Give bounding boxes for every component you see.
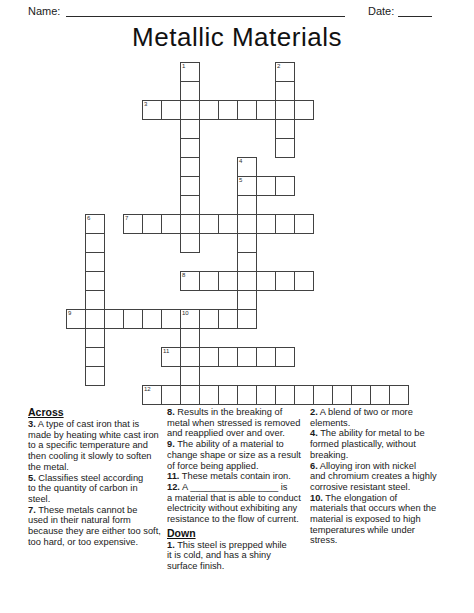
- cell-r11c11[interactable]: [275, 271, 295, 291]
- clue-number: 12.: [167, 482, 180, 492]
- cell-r6c11[interactable]: [275, 176, 295, 196]
- cell-r9c9[interactable]: [237, 233, 257, 253]
- cell-number: 1: [182, 63, 185, 70]
- clue-across-12: 12. A _________________ is a material th…: [167, 482, 317, 525]
- cell-r8c8[interactable]: [218, 214, 238, 234]
- clue-number: 9.: [167, 439, 175, 449]
- cell-r0c6[interactable]: 1: [180, 62, 200, 82]
- clue-text: A _________________ is a material that i…: [167, 482, 301, 524]
- date-label: Date:: [368, 5, 394, 17]
- puzzle-title: Metallic Materials: [0, 22, 474, 53]
- cell-number: 6: [87, 215, 90, 222]
- cell-r6c9[interactable]: 5: [237, 176, 257, 196]
- cell-r8c6[interactable]: [180, 214, 200, 234]
- down-header: Down: [167, 528, 317, 539]
- cell-r11c6[interactable]: 8: [180, 271, 200, 291]
- cell-r8c4[interactable]: [142, 214, 162, 234]
- cell-r16c1[interactable]: [85, 366, 105, 386]
- cell-number: 7: [125, 215, 128, 222]
- cell-r17c5[interactable]: [161, 385, 181, 405]
- cell-number: 8: [182, 272, 185, 279]
- clue-text: A type of cast iron that is made by heat…: [28, 419, 159, 472]
- cell-r4c11[interactable]: [275, 138, 295, 158]
- cell-r13c4[interactable]: [142, 309, 162, 329]
- clue-down-1: 1. This steel is prepped while it is col…: [167, 540, 317, 572]
- cell-r11c9[interactable]: [237, 271, 257, 291]
- across-header: Across: [28, 407, 178, 418]
- clue-column-2: 8. Results in the breaking of metal when…: [167, 407, 317, 572]
- cell-r17c17[interactable]: [389, 385, 409, 405]
- clue-text: A blend of two or more elements.: [310, 407, 413, 428]
- cell-r2c12[interactable]: [294, 100, 314, 120]
- cell-r15c11[interactable]: [275, 347, 295, 367]
- cell-r8c5[interactable]: [161, 214, 181, 234]
- cell-number: 2: [277, 63, 280, 70]
- clue-number: 11.: [167, 471, 179, 481]
- cell-r17c11[interactable]: [275, 385, 295, 405]
- cell-r2c4[interactable]: 3: [142, 100, 162, 120]
- clue-across-9: 9. The ability of a material to change s…: [167, 439, 317, 471]
- clue-text: These metals cannot be used in their nat…: [28, 505, 161, 547]
- cell-r8c9[interactable]: [237, 214, 257, 234]
- cell-r6c6[interactable]: [180, 176, 200, 196]
- clue-number: 7.: [28, 505, 36, 515]
- cell-r17c7[interactable]: [199, 385, 219, 405]
- clue-across-11: 11. These metals contain iron.: [167, 471, 317, 482]
- clue-number: 1.: [167, 540, 175, 550]
- cell-r15c1[interactable]: [85, 347, 105, 367]
- clue-number: 6.: [310, 461, 318, 471]
- cell-r13c5[interactable]: [161, 309, 181, 329]
- cell-r4c6[interactable]: [180, 138, 200, 158]
- clue-down-2: 2. A blend of two or more elements.: [310, 407, 460, 428]
- date-input-line[interactable]: [398, 1, 432, 17]
- cell-r5c6[interactable]: [180, 157, 200, 177]
- cell-r8c10[interactable]: [256, 214, 276, 234]
- cell-r1c11[interactable]: [275, 81, 295, 101]
- cell-r2c6[interactable]: [180, 100, 200, 120]
- name-input-line[interactable]: [66, 1, 345, 17]
- cell-number: 4: [239, 158, 242, 165]
- cell-r15c5[interactable]: 11: [161, 347, 181, 367]
- cell-r17c13[interactable]: [313, 385, 333, 405]
- clue-column-1: Across 3. A type of cast iron that is ma…: [28, 407, 178, 547]
- cell-r8c11[interactable]: [275, 214, 295, 234]
- clue-across-5: 5. Classifies steel according to the qua…: [28, 473, 178, 505]
- cell-r11c7[interactable]: [199, 271, 219, 291]
- cell-r2c7[interactable]: [199, 100, 219, 120]
- cell-r5c9[interactable]: 4: [237, 157, 257, 177]
- cell-r8c7[interactable]: [199, 214, 219, 234]
- clue-text: Results in the breaking of metal when st…: [167, 407, 300, 438]
- cell-r17c6[interactable]: [180, 385, 200, 405]
- cell-r13c0[interactable]: 9: [66, 309, 86, 329]
- clue-number: 8.: [167, 407, 175, 417]
- cell-r13c3[interactable]: [123, 309, 143, 329]
- cell-r2c8[interactable]: [218, 100, 238, 120]
- cell-r9c6[interactable]: [180, 233, 200, 253]
- cell-r13c9[interactable]: [237, 309, 257, 329]
- cell-r11c1[interactable]: [85, 271, 105, 291]
- cell-r15c9[interactable]: [237, 347, 257, 367]
- cell-r2c11[interactable]: [275, 100, 295, 120]
- cell-r2c5[interactable]: [161, 100, 181, 120]
- cell-r14c1[interactable]: [85, 328, 105, 348]
- cell-r13c7[interactable]: [199, 309, 219, 329]
- cell-r11c8[interactable]: [218, 271, 238, 291]
- cell-r17c9[interactable]: [237, 385, 257, 405]
- clue-number: 3.: [28, 419, 36, 429]
- clue-text: Alloying iron with nickel and chromium c…: [310, 461, 437, 492]
- name-label: Name:: [28, 5, 60, 17]
- clue-across-8: 8. Results in the breaking of metal when…: [167, 407, 317, 439]
- crossword-grid: 123456789101112: [66, 62, 409, 405]
- clue-number: 5.: [28, 473, 36, 483]
- cell-number: 5: [239, 177, 242, 184]
- cell-number: 3: [144, 101, 147, 108]
- clue-column-3: 2. A blend of two or more elements. 4. T…: [310, 407, 460, 546]
- cell-r17c15[interactable]: [351, 385, 371, 405]
- cell-r10c9[interactable]: [237, 252, 257, 272]
- cell-r17c12[interactable]: [294, 385, 314, 405]
- worksheet-page: Name: Date: Metallic Materials 123456789…: [0, 0, 474, 613]
- cell-r2c9[interactable]: [237, 100, 257, 120]
- cell-r12c9[interactable]: [237, 290, 257, 310]
- clue-across-3: 3. A type of cast iron that is made by h…: [28, 419, 178, 473]
- cell-r11c12[interactable]: [294, 271, 314, 291]
- clue-text: This steel is prepped while it is cold, …: [167, 540, 287, 571]
- cell-r13c2[interactable]: [104, 309, 124, 329]
- cell-r3c11[interactable]: [275, 119, 295, 139]
- clue-down-10: 10. The elongation of materials that occ…: [310, 493, 460, 547]
- clue-across-7: 7. These metals cannot be used in their …: [28, 505, 178, 548]
- cell-r7c9[interactable]: [237, 195, 257, 215]
- cell-r0c11[interactable]: 2: [275, 62, 295, 82]
- cell-number: 9: [68, 310, 71, 317]
- cell-number: 10: [182, 310, 189, 317]
- cell-r9c1[interactable]: [85, 233, 105, 253]
- cell-r3c6[interactable]: [180, 119, 200, 139]
- clue-down-6: 6. Alloying iron with nickel and chromiu…: [310, 461, 460, 493]
- clue-number: 4.: [310, 428, 318, 438]
- cell-r15c10[interactable]: [256, 347, 276, 367]
- cell-r17c10[interactable]: [256, 385, 276, 405]
- cell-r11c10[interactable]: [256, 271, 276, 291]
- cell-r15c7[interactable]: [199, 347, 219, 367]
- cell-r13c1[interactable]: [85, 309, 105, 329]
- cell-r17c8[interactable]: [218, 385, 238, 405]
- cell-r15c6[interactable]: [180, 347, 200, 367]
- cell-r16c6[interactable]: [180, 366, 200, 386]
- cell-r10c1[interactable]: [85, 252, 105, 272]
- cell-r13c6[interactable]: 10: [180, 309, 200, 329]
- cell-r17c4[interactable]: 12: [142, 385, 162, 405]
- clue-text: These metals contain iron.: [182, 471, 291, 481]
- cell-r6c10[interactable]: [256, 176, 276, 196]
- clue-text: The ability for metal to be formed plast…: [310, 428, 425, 459]
- cell-r12c1[interactable]: [85, 290, 105, 310]
- cell-r7c6[interactable]: [180, 195, 200, 215]
- cell-r15c8[interactable]: [218, 347, 238, 367]
- clue-text: The ability of a material to change shap…: [167, 439, 301, 470]
- cell-r17c14[interactable]: [332, 385, 352, 405]
- clue-number: 10.: [310, 493, 323, 503]
- cell-number: 11: [163, 348, 169, 355]
- cell-r8c1[interactable]: 6: [85, 214, 105, 234]
- cell-r17c16[interactable]: [370, 385, 390, 405]
- cell-r8c3[interactable]: 7: [123, 214, 143, 234]
- cell-number: 12: [144, 386, 151, 393]
- cell-r14c6[interactable]: [180, 328, 200, 348]
- cell-r1c6[interactable]: [180, 81, 200, 101]
- clue-text: Classifies steel according to the quanti…: [28, 473, 143, 504]
- cell-r2c10[interactable]: [256, 100, 276, 120]
- cell-r13c8[interactable]: [218, 309, 238, 329]
- clue-down-4: 4. The ability for metal to be formed pl…: [310, 428, 460, 460]
- clue-number: 2.: [310, 407, 318, 417]
- cell-r8c12[interactable]: [294, 214, 314, 234]
- clue-text: The elongation of materials that occurs …: [310, 493, 436, 546]
